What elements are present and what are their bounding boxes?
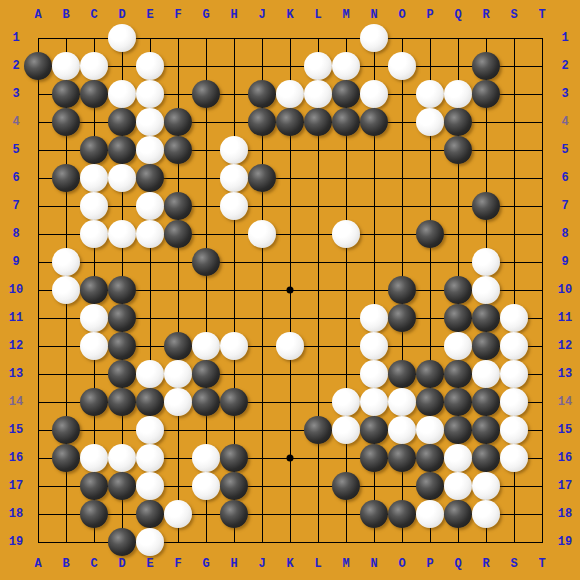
stone-white[interactable]: ○ <box>164 388 192 416</box>
col-label-top: O <box>398 9 405 21</box>
row-label-right: 13 <box>558 368 572 380</box>
stone-white[interactable]: ○ <box>136 136 164 164</box>
stone-black[interactable]: ● <box>472 192 500 220</box>
row-label-right: 8 <box>561 228 568 240</box>
stone-black[interactable]: ● <box>388 276 416 304</box>
stone-black[interactable]: ● <box>136 388 164 416</box>
stone-white[interactable]: ○ <box>136 444 164 472</box>
stone-white[interactable]: ○ <box>108 220 136 248</box>
row-label-right: 4 <box>561 116 568 128</box>
stone-black[interactable]: ● <box>192 388 220 416</box>
stone-black[interactable]: ● <box>444 276 472 304</box>
stone-black[interactable]: ● <box>192 248 220 276</box>
stone-white[interactable]: ○ <box>136 472 164 500</box>
stone-black[interactable]: ● <box>136 500 164 528</box>
stone-white[interactable]: ○ <box>220 192 248 220</box>
stone-white[interactable]: ○ <box>360 24 388 52</box>
row-label-left: 6 <box>12 172 19 184</box>
stone-black[interactable]: ● <box>472 52 500 80</box>
row-label-left: 10 <box>9 284 23 296</box>
col-label-bottom: J <box>258 558 265 570</box>
stone-black[interactable]: ● <box>360 444 388 472</box>
stone-black[interactable]: ● <box>108 304 136 332</box>
stone-white[interactable]: ○ <box>192 332 220 360</box>
stone-white[interactable]: ○ <box>136 360 164 388</box>
stone-black[interactable]: ● <box>248 164 276 192</box>
stone-black[interactable]: ● <box>52 80 80 108</box>
stone-white[interactable]: ○ <box>416 500 444 528</box>
stone-white[interactable]: ○ <box>248 220 276 248</box>
stone-white[interactable]: ○ <box>416 80 444 108</box>
stone-white[interactable]: ○ <box>360 388 388 416</box>
stone-white[interactable]: ○ <box>304 52 332 80</box>
stone-white[interactable]: ○ <box>136 416 164 444</box>
stone-black[interactable]: ● <box>416 220 444 248</box>
row-label-left: 5 <box>12 144 19 156</box>
stone-white[interactable]: ○ <box>136 108 164 136</box>
stone-black[interactable]: ● <box>332 472 360 500</box>
stone-black[interactable]: ● <box>52 164 80 192</box>
stone-black[interactable]: ● <box>164 220 192 248</box>
stone-white[interactable]: ○ <box>276 332 304 360</box>
col-label-bottom: Q <box>454 558 461 570</box>
row-label-left: 7 <box>12 200 19 212</box>
stone-black[interactable]: ● <box>472 332 500 360</box>
stone-black[interactable]: ● <box>360 416 388 444</box>
stone-black[interactable]: ● <box>192 360 220 388</box>
stone-black[interactable]: ● <box>164 192 192 220</box>
stone-black[interactable]: ● <box>80 388 108 416</box>
col-label-top: D <box>118 9 125 21</box>
hoshi-point <box>287 455 294 462</box>
col-label-top: T <box>538 9 545 21</box>
stone-white[interactable]: ○ <box>304 80 332 108</box>
stone-black[interactable]: ● <box>108 276 136 304</box>
stone-black[interactable]: ● <box>220 444 248 472</box>
go-board: AABBCCDDEEFFGGHHJJKKLLMMNNOOPPQQRRSSTT11… <box>0 0 580 580</box>
stone-white[interactable]: ○ <box>500 332 528 360</box>
stone-white[interactable]: ○ <box>444 332 472 360</box>
stone-black[interactable]: ● <box>360 108 388 136</box>
col-label-top: B <box>62 9 69 21</box>
stone-black[interactable]: ● <box>108 332 136 360</box>
col-label-bottom: A <box>34 558 41 570</box>
stone-white[interactable]: ○ <box>388 52 416 80</box>
stone-black[interactable]: ● <box>472 304 500 332</box>
col-label-top: Q <box>454 9 461 21</box>
stone-white[interactable]: ○ <box>108 80 136 108</box>
stone-black[interactable]: ● <box>220 388 248 416</box>
col-label-top: K <box>286 9 293 21</box>
stone-white[interactable]: ○ <box>500 304 528 332</box>
col-label-bottom: T <box>538 558 545 570</box>
stone-black[interactable]: ● <box>444 388 472 416</box>
row-label-right: 15 <box>558 424 572 436</box>
stone-black[interactable]: ● <box>164 136 192 164</box>
row-label-right: 12 <box>558 340 572 352</box>
row-label-left: 2 <box>12 60 19 72</box>
stone-white[interactable]: ○ <box>80 164 108 192</box>
stone-white[interactable]: ○ <box>416 416 444 444</box>
stone-black[interactable]: ● <box>192 80 220 108</box>
stone-black[interactable]: ● <box>108 108 136 136</box>
stone-white[interactable]: ○ <box>164 500 192 528</box>
stone-black[interactable]: ● <box>444 136 472 164</box>
row-label-left: 9 <box>12 256 19 268</box>
stone-white[interactable]: ○ <box>164 360 192 388</box>
stone-black[interactable]: ● <box>444 416 472 444</box>
row-label-left: 17 <box>9 480 23 492</box>
stone-white[interactable]: ○ <box>136 80 164 108</box>
col-label-top: S <box>510 9 517 21</box>
stone-black[interactable]: ● <box>472 444 500 472</box>
stone-white[interactable]: ○ <box>500 444 528 472</box>
row-label-right: 7 <box>561 200 568 212</box>
col-label-bottom: F <box>174 558 181 570</box>
stone-white[interactable]: ○ <box>108 24 136 52</box>
col-label-bottom: E <box>146 558 153 570</box>
stone-black[interactable]: ● <box>360 500 388 528</box>
col-label-top: L <box>314 9 321 21</box>
stone-black[interactable]: ● <box>108 136 136 164</box>
col-label-bottom: O <box>398 558 405 570</box>
col-label-bottom: C <box>90 558 97 570</box>
row-label-left: 13 <box>9 368 23 380</box>
stone-black[interactable]: ● <box>248 80 276 108</box>
stone-white[interactable]: ○ <box>332 220 360 248</box>
row-label-left: 16 <box>9 452 23 464</box>
stone-white[interactable]: ○ <box>360 332 388 360</box>
stone-white[interactable]: ○ <box>80 332 108 360</box>
stone-white[interactable]: ○ <box>52 52 80 80</box>
stone-white[interactable]: ○ <box>80 192 108 220</box>
stone-black[interactable]: ● <box>416 472 444 500</box>
stone-black[interactable]: ● <box>444 360 472 388</box>
col-label-top: E <box>146 9 153 21</box>
stone-white[interactable]: ○ <box>472 248 500 276</box>
stone-black[interactable]: ● <box>136 164 164 192</box>
stone-black[interactable]: ● <box>52 416 80 444</box>
row-label-right: 6 <box>561 172 568 184</box>
row-label-right: 19 <box>558 536 572 548</box>
stone-black[interactable]: ● <box>108 528 136 556</box>
stone-white[interactable]: ○ <box>472 276 500 304</box>
stone-black[interactable]: ● <box>52 108 80 136</box>
col-label-top: P <box>426 9 433 21</box>
stone-black[interactable]: ● <box>304 416 332 444</box>
col-label-bottom: N <box>370 558 377 570</box>
col-label-bottom: H <box>230 558 237 570</box>
stone-white[interactable]: ○ <box>108 164 136 192</box>
stone-white[interactable]: ○ <box>136 52 164 80</box>
stone-white[interactable]: ○ <box>444 80 472 108</box>
stone-white[interactable]: ○ <box>360 304 388 332</box>
col-label-top: M <box>342 9 349 21</box>
col-label-bottom: M <box>342 558 349 570</box>
row-label-right: 3 <box>561 88 568 100</box>
stone-white[interactable]: ○ <box>500 360 528 388</box>
stone-white[interactable]: ○ <box>472 500 500 528</box>
row-label-right: 5 <box>561 144 568 156</box>
stone-white[interactable]: ○ <box>500 388 528 416</box>
stone-black[interactable]: ● <box>276 108 304 136</box>
stone-black[interactable]: ● <box>388 444 416 472</box>
col-label-top: C <box>90 9 97 21</box>
row-label-left: 18 <box>9 508 23 520</box>
stone-white[interactable]: ○ <box>444 472 472 500</box>
stone-white[interactable]: ○ <box>332 52 360 80</box>
row-label-left: 14 <box>9 396 23 408</box>
stone-black[interactable]: ● <box>80 136 108 164</box>
row-label-right: 11 <box>558 312 572 324</box>
stone-black[interactable]: ● <box>444 500 472 528</box>
row-label-right: 2 <box>561 60 568 72</box>
row-label-left: 8 <box>12 228 19 240</box>
stone-white[interactable]: ○ <box>416 108 444 136</box>
row-label-left: 15 <box>9 424 23 436</box>
stone-black[interactable]: ● <box>80 500 108 528</box>
stone-black[interactable]: ● <box>220 500 248 528</box>
col-label-top: N <box>370 9 377 21</box>
stone-black[interactable]: ● <box>416 388 444 416</box>
stone-white[interactable]: ○ <box>388 388 416 416</box>
row-label-right: 16 <box>558 452 572 464</box>
stone-black[interactable]: ● <box>52 444 80 472</box>
stone-white[interactable]: ○ <box>136 220 164 248</box>
stone-white[interactable]: ○ <box>108 444 136 472</box>
stone-white[interactable]: ○ <box>360 360 388 388</box>
row-label-left: 3 <box>12 88 19 100</box>
stone-black[interactable]: ● <box>332 80 360 108</box>
stone-black[interactable]: ● <box>472 80 500 108</box>
col-label-bottom: S <box>510 558 517 570</box>
stone-white[interactable]: ○ <box>472 360 500 388</box>
stone-black[interactable]: ● <box>472 388 500 416</box>
stone-white[interactable]: ○ <box>472 472 500 500</box>
row-label-left: 1 <box>12 32 19 44</box>
stone-white[interactable]: ○ <box>220 136 248 164</box>
stone-white[interactable]: ○ <box>500 416 528 444</box>
col-label-top: H <box>230 9 237 21</box>
hoshi-point <box>287 287 294 294</box>
stone-black[interactable]: ● <box>416 444 444 472</box>
stone-white[interactable]: ○ <box>80 444 108 472</box>
stone-black[interactable]: ● <box>388 360 416 388</box>
stone-black[interactable]: ● <box>248 108 276 136</box>
stone-white[interactable]: ○ <box>52 248 80 276</box>
stone-black[interactable]: ● <box>108 472 136 500</box>
stone-white[interactable]: ○ <box>136 528 164 556</box>
stone-black[interactable]: ● <box>80 80 108 108</box>
col-label-top: R <box>482 9 489 21</box>
stone-black[interactable]: ● <box>472 416 500 444</box>
stone-white[interactable]: ○ <box>220 332 248 360</box>
col-label-top: A <box>34 9 41 21</box>
col-label-top: G <box>202 9 209 21</box>
stone-white[interactable]: ○ <box>332 416 360 444</box>
col-label-bottom: R <box>482 558 489 570</box>
row-label-right: 14 <box>558 396 572 408</box>
stone-black[interactable]: ● <box>108 360 136 388</box>
stone-white[interactable]: ○ <box>192 444 220 472</box>
stone-white[interactable]: ○ <box>332 388 360 416</box>
stone-black[interactable]: ● <box>80 472 108 500</box>
stone-white[interactable]: ○ <box>388 416 416 444</box>
stone-white[interactable]: ○ <box>52 276 80 304</box>
stone-white[interactable]: ○ <box>80 304 108 332</box>
row-label-left: 4 <box>12 116 19 128</box>
stone-white[interactable]: ○ <box>360 80 388 108</box>
stone-black[interactable]: ● <box>416 360 444 388</box>
row-label-left: 12 <box>9 340 23 352</box>
stone-black[interactable]: ● <box>108 388 136 416</box>
stone-white[interactable]: ○ <box>80 52 108 80</box>
stone-black[interactable]: ● <box>164 332 192 360</box>
stone-black[interactable]: ● <box>444 304 472 332</box>
col-label-bottom: L <box>314 558 321 570</box>
stone-black[interactable]: ● <box>304 108 332 136</box>
row-label-right: 1 <box>561 32 568 44</box>
stone-black[interactable]: ● <box>444 108 472 136</box>
row-label-left: 11 <box>9 312 23 324</box>
stone-black[interactable]: ● <box>388 304 416 332</box>
row-label-right: 17 <box>558 480 572 492</box>
stone-white[interactable]: ○ <box>444 444 472 472</box>
stone-white[interactable]: ○ <box>276 80 304 108</box>
col-label-bottom: K <box>286 558 293 570</box>
stone-white[interactable]: ○ <box>192 472 220 500</box>
stone-black[interactable]: ● <box>332 108 360 136</box>
col-label-bottom: P <box>426 558 433 570</box>
row-label-right: 10 <box>558 284 572 296</box>
row-label-right: 18 <box>558 508 572 520</box>
col-label-top: F <box>174 9 181 21</box>
stone-black[interactable]: ● <box>388 500 416 528</box>
row-label-right: 9 <box>561 256 568 268</box>
stone-black[interactable]: ● <box>164 108 192 136</box>
stone-black[interactable]: ● <box>220 472 248 500</box>
stone-white[interactable]: ○ <box>80 220 108 248</box>
stone-black[interactable]: ● <box>24 52 52 80</box>
col-label-bottom: G <box>202 558 209 570</box>
col-label-top: J <box>258 9 265 21</box>
col-label-bottom: D <box>118 558 125 570</box>
stone-white[interactable]: ○ <box>220 164 248 192</box>
stone-black[interactable]: ● <box>80 276 108 304</box>
col-label-bottom: B <box>62 558 69 570</box>
stone-white[interactable]: ○ <box>136 192 164 220</box>
row-label-left: 19 <box>9 536 23 548</box>
